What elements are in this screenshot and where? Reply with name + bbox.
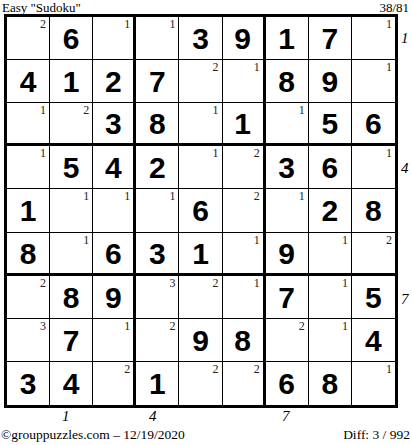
cell-r3c9[interactable]: 6 — [352, 103, 395, 146]
cell-value: 9 — [321, 67, 338, 97]
cell-value: 4 — [105, 153, 122, 183]
cell-r5c4[interactable]: 1 — [136, 189, 179, 232]
pencil-mark: 1 — [342, 233, 348, 247]
cell-r4c7[interactable]: 3 — [266, 146, 309, 189]
cell-r2c8[interactable]: 9 — [309, 60, 352, 103]
cell-r3c4[interactable]: 8 — [136, 103, 179, 146]
cell-value: 8 — [20, 239, 37, 269]
pencil-mark: 1 — [169, 17, 175, 31]
cell-r5c2[interactable]: 1 — [50, 189, 93, 232]
pencil-mark: 1 — [254, 60, 260, 74]
cell-value: 1 — [20, 196, 37, 226]
cell-r9c1[interactable]: 3 — [7, 362, 50, 405]
cell-value: 9 — [234, 24, 251, 54]
cell-r8c6[interactable]: 8 — [223, 319, 266, 362]
pencil-mark: 2 — [254, 146, 260, 160]
pencil-mark: 1 — [83, 189, 89, 203]
cell-r6c7[interactable]: 9 — [266, 233, 309, 276]
cell-r1c2[interactable]: 6 — [50, 17, 93, 60]
cell-r7c1[interactable]: 2 — [7, 276, 50, 319]
cell-r7c5[interactable]: 2 — [179, 276, 222, 319]
cell-r1c6[interactable]: 9 — [223, 17, 266, 60]
cell-value: 1 — [149, 369, 166, 399]
cell-value: 5 — [365, 283, 382, 313]
pencil-mark: 1 — [40, 146, 46, 160]
cell-r9c6[interactable]: 2 — [223, 362, 266, 405]
cell-r5c1[interactable]: 1 — [7, 189, 50, 232]
row-marker-7: 7 — [401, 291, 409, 307]
pencil-mark: 1 — [386, 17, 392, 31]
cell-value: 2 — [105, 67, 122, 97]
cell-value: 5 — [63, 153, 80, 183]
cell-r9c9[interactable]: 1 — [352, 362, 395, 405]
pencil-mark: 2 — [169, 319, 175, 333]
pencil-mark: 1 — [386, 60, 392, 74]
cell-r9c5[interactable]: 2 — [179, 362, 222, 405]
cell-r5c6[interactable]: 2 — [223, 189, 266, 232]
pencil-mark: 1 — [254, 276, 260, 290]
pencil-mark: 2 — [213, 60, 219, 74]
cell-value: 6 — [365, 109, 382, 139]
pencil-mark: 2 — [40, 276, 46, 290]
pencil-mark: 1 — [386, 362, 392, 376]
cell-r9c4[interactable]: 1 — [136, 362, 179, 405]
cell-r7c2[interactable]: 8 — [50, 276, 93, 319]
pencil-mark: 2 — [124, 362, 130, 376]
cell-value: 7 — [63, 326, 80, 356]
cell-value: 4 — [365, 326, 382, 356]
pencil-mark: 1 — [342, 276, 348, 290]
cell-r6c1[interactable]: 8 — [7, 233, 50, 276]
cell-value: 3 — [278, 153, 295, 183]
cell-value: 3 — [192, 24, 209, 54]
cell-r4c4[interactable]: 2 — [136, 146, 179, 189]
cell-r9c2[interactable]: 4 — [50, 362, 93, 405]
pencil-mark: 2 — [254, 189, 260, 203]
cell-r8c9[interactable]: 4 — [352, 319, 395, 362]
cell-r2c3[interactable]: 2 — [93, 60, 136, 103]
pencil-mark: 1 — [299, 189, 305, 203]
cell-r4c8[interactable]: 6 — [309, 146, 352, 189]
pencil-mark: 2 — [40, 17, 46, 31]
cell-value: 9 — [278, 239, 295, 269]
cell-r2c7[interactable]: 8 — [266, 60, 309, 103]
cell-r3c7[interactable]: 1 — [266, 103, 309, 146]
pencil-mark: 1 — [254, 233, 260, 247]
cell-r6c2[interactable]: 1 — [50, 233, 93, 276]
cell-value: 8 — [63, 283, 80, 313]
cell-r7c4[interactable]: 3 — [136, 276, 179, 319]
cell-r2c4[interactable]: 7 — [136, 60, 179, 103]
cell-r4c5[interactable]: 1 — [179, 146, 222, 189]
cell-r9c3[interactable]: 2 — [93, 362, 136, 405]
pencil-mark: 2 — [299, 319, 305, 333]
cell-r3c3[interactable]: 3 — [93, 103, 136, 146]
cell-r3c1[interactable]: 1 — [7, 103, 50, 146]
cell-r1c9[interactable]: 1 — [352, 17, 395, 60]
cell-r1c5[interactable]: 3 — [179, 17, 222, 60]
cell-r9c8[interactable]: 8 — [309, 362, 352, 405]
pencil-mark: 2 — [213, 276, 219, 290]
cell-value: 3 — [105, 109, 122, 139]
pencil-mark: 1 — [213, 146, 219, 160]
cell-value: 7 — [321, 24, 338, 54]
cell-r5c9[interactable]: 8 — [352, 189, 395, 232]
cell-r7c9[interactable]: 5 — [352, 276, 395, 319]
cell-r4c9[interactable]: 1 — [352, 146, 395, 189]
cell-r7c7[interactable]: 7 — [266, 276, 309, 319]
cell-value: 3 — [149, 239, 166, 269]
cell-r8c5[interactable]: 9 — [179, 319, 222, 362]
col-marker-7: 7 — [282, 408, 290, 424]
cell-r9c7[interactable]: 6 — [266, 362, 309, 405]
cell-r2c2[interactable]: 1 — [50, 60, 93, 103]
cell-value: 1 — [63, 67, 80, 97]
cell-r6c3[interactable]: 6 — [93, 233, 136, 276]
cell-r3c6[interactable]: 1 — [223, 103, 266, 146]
cell-r5c7[interactable]: 1 — [266, 189, 309, 232]
pencil-mark: 1 — [299, 103, 305, 117]
cell-value: 1 — [278, 24, 295, 54]
cell-value: 8 — [234, 326, 251, 356]
cell-r7c3[interactable]: 9 — [93, 276, 136, 319]
pencil-mark: 2 — [83, 103, 89, 117]
cell-r3c8[interactable]: 5 — [309, 103, 352, 146]
cell-r8c3[interactable]: 1 — [93, 319, 136, 362]
pencil-mark: 3 — [40, 319, 46, 333]
cell-value: 8 — [365, 196, 382, 226]
cell-value: 9 — [192, 326, 209, 356]
pencil-mark: 1 — [40, 103, 46, 117]
pencil-mark: 1 — [213, 103, 219, 117]
cell-r8c4[interactable]: 2 — [136, 319, 179, 362]
cell-r4c3[interactable]: 4 — [93, 146, 136, 189]
cell-r6c6[interactable]: 1 — [223, 233, 266, 276]
cell-value: 8 — [278, 67, 295, 97]
cell-value: 6 — [63, 24, 80, 54]
cell-r5c3[interactable]: 1 — [93, 189, 136, 232]
cell-r1c8[interactable]: 7 — [309, 17, 352, 60]
cell-r8c7[interactable]: 2 — [266, 319, 309, 362]
cell-value: 4 — [63, 369, 80, 399]
cell-r4c6[interactable]: 2 — [223, 146, 266, 189]
cell-value: 4 — [20, 67, 37, 97]
cell-value: 2 — [321, 196, 338, 226]
pencil-mark: 1 — [83, 233, 89, 247]
pencil-mark: 1 — [169, 189, 175, 203]
row-marker-1: 1 — [401, 30, 409, 46]
cell-r5c5[interactable]: 6 — [179, 189, 222, 232]
cell-r8c2[interactable]: 7 — [50, 319, 93, 362]
cell-r4c2[interactable]: 5 — [50, 146, 93, 189]
cell-r3c5[interactable]: 1 — [179, 103, 222, 146]
pencil-mark: 1 — [386, 146, 392, 160]
cell-r4c1[interactable]: 1 — [7, 146, 50, 189]
cell-value: 6 — [105, 239, 122, 269]
col-marker-4: 4 — [149, 408, 157, 424]
cell-r2c6[interactable]: 1 — [223, 60, 266, 103]
cell-r3c2[interactable]: 2 — [50, 103, 93, 146]
cell-value: 7 — [149, 67, 166, 97]
cell-value: 3 — [20, 369, 37, 399]
cell-r8c8[interactable]: 1 — [309, 319, 352, 362]
cell-r1c7[interactable]: 1 — [266, 17, 309, 60]
pencil-mark: 2 — [254, 362, 260, 376]
difficulty: Diff: 3 / 992 — [343, 427, 410, 443]
cell-r2c5[interactable]: 2 — [179, 60, 222, 103]
cell-r7c8[interactable]: 1 — [309, 276, 352, 319]
cell-value: 7 — [278, 283, 295, 313]
col-marker-1: 1 — [62, 408, 70, 424]
cell-r1c3[interactable]: 1 — [93, 17, 136, 60]
cell-value: 1 — [192, 239, 209, 269]
pencil-mark: 2 — [386, 233, 392, 247]
pencil-mark: 1 — [124, 319, 130, 333]
pencil-mark: 1 — [124, 189, 130, 203]
pencil-mark: 1 — [124, 17, 130, 31]
sudoku-board: 2611391714127218911238111561542123611111… — [4, 14, 398, 408]
cell-value: 6 — [192, 196, 209, 226]
pencil-mark: 2 — [213, 362, 219, 376]
cell-r7c6[interactable]: 1 — [223, 276, 266, 319]
pencil-mark: 3 — [169, 276, 175, 290]
cell-value: 8 — [321, 369, 338, 399]
copyright: ©grouppuzzles.com – 12/19/2020 — [1, 427, 185, 443]
cell-r6c8[interactable]: 1 — [309, 233, 352, 276]
cell-value: 8 — [149, 109, 166, 139]
cell-r6c9[interactable]: 2 — [352, 233, 395, 276]
cell-r2c1[interactable]: 4 — [7, 60, 50, 103]
cell-value: 6 — [278, 369, 295, 399]
cell-r1c4[interactable]: 1 — [136, 17, 179, 60]
cell-r1c1[interactable]: 2 — [7, 17, 50, 60]
cell-r6c4[interactable]: 3 — [136, 233, 179, 276]
cell-r8c1[interactable]: 3 — [7, 319, 50, 362]
row-marker-4: 4 — [401, 160, 409, 176]
pencil-mark: 1 — [342, 319, 348, 333]
sudoku-page: Easy "Sudoku" 38/81 26113917141272189112… — [0, 0, 412, 445]
cell-value: 6 — [321, 153, 338, 183]
cell-value: 5 — [321, 109, 338, 139]
cell-r6c5[interactable]: 1 — [179, 233, 222, 276]
cell-r2c9[interactable]: 1 — [352, 60, 395, 103]
cell-r5c8[interactable]: 2 — [309, 189, 352, 232]
cell-value: 2 — [149, 153, 166, 183]
cell-value: 1 — [234, 109, 251, 139]
cell-value: 9 — [105, 283, 122, 313]
